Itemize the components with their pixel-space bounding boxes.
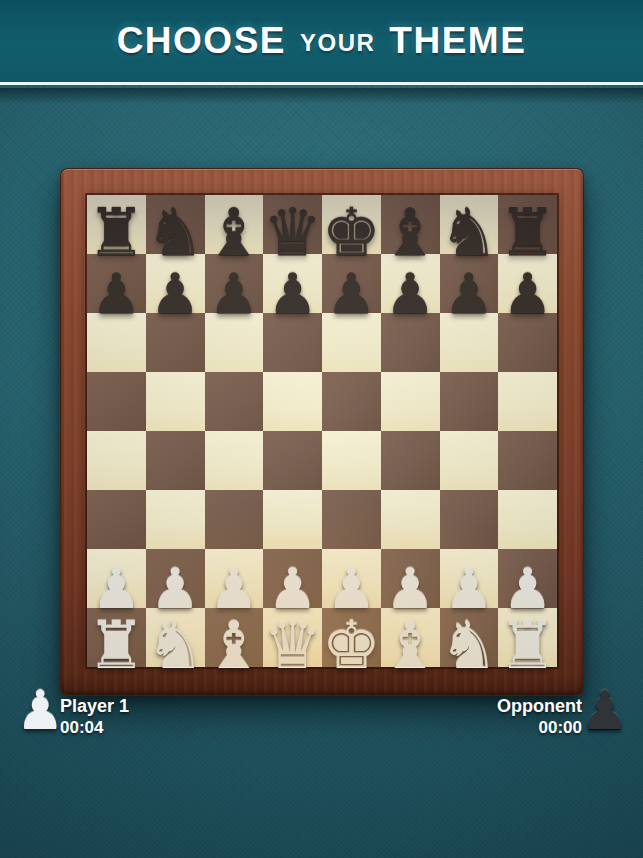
square-a7[interactable]: ♟ [87,254,146,313]
square-g5[interactable] [440,372,499,431]
players-bar: ♟ Player 1 00:04 Opponent 00:00 ♟ [0,688,643,752]
square-a3[interactable] [87,490,146,549]
square-h5[interactable] [498,372,557,431]
square-d7[interactable]: ♟ [263,254,322,313]
square-f7[interactable]: ♟ [381,254,440,313]
chess-board[interactable]: ♜♞♝♛♚♝♞♜♟♟♟♟♟♟♟♟♟♟♟♟♟♟♟♟♜♞♝♛♚♝♞♜ [87,195,557,667]
square-b2[interactable]: ♟ [146,549,205,608]
square-b1[interactable]: ♞ [146,608,205,667]
opponent-name: Opponent [497,695,582,717]
square-b3[interactable] [146,490,205,549]
square-c7[interactable]: ♟ [205,254,264,313]
white-queen-piece[interactable]: ♛ [263,613,322,679]
white-king-piece[interactable]: ♚ [322,613,381,679]
black-pawn-piece[interactable]: ♟ [150,266,200,322]
square-b4[interactable] [146,431,205,490]
square-b8[interactable]: ♞ [146,195,205,254]
square-f5[interactable] [381,372,440,431]
square-e1[interactable]: ♚ [322,608,381,667]
black-bishop-piece[interactable]: ♝ [204,200,263,266]
theme-header: CHOOSE YOUR THEME [0,0,643,85]
square-h1[interactable]: ♜ [498,608,557,667]
square-e7[interactable]: ♟ [322,254,381,313]
header-word-theme: THEME [389,20,526,62]
square-g4[interactable] [440,431,499,490]
square-d3[interactable] [263,490,322,549]
square-g2[interactable]: ♟ [440,549,499,608]
app-screen: CHOOSE YOUR THEME ♜♞♝♛♚♝♞♜♟♟♟♟♟♟♟♟♟♟♟♟♟♟… [0,0,643,858]
square-e4[interactable] [322,431,381,490]
square-h7[interactable]: ♟ [498,254,557,313]
square-c2[interactable]: ♟ [205,549,264,608]
black-pawn-piece[interactable]: ♟ [91,266,141,322]
white-bishop-piece[interactable]: ♝ [381,613,440,679]
square-g7[interactable]: ♟ [440,254,499,313]
square-c1[interactable]: ♝ [205,608,264,667]
square-c8[interactable]: ♝ [205,195,264,254]
square-b7[interactable]: ♟ [146,254,205,313]
square-e3[interactable] [322,490,381,549]
square-e5[interactable] [322,372,381,431]
black-pawn-piece[interactable]: ♟ [444,266,494,322]
square-a5[interactable] [87,372,146,431]
chess-board-frame: ♜♞♝♛♚♝♞♜♟♟♟♟♟♟♟♟♟♟♟♟♟♟♟♟♜♞♝♛♚♝♞♜ [61,169,583,695]
square-d5[interactable] [263,372,322,431]
black-pawn-piece[interactable]: ♟ [326,266,376,322]
square-f8[interactable]: ♝ [381,195,440,254]
white-knight-piece[interactable]: ♞ [146,613,205,679]
square-f1[interactable]: ♝ [381,608,440,667]
black-pawn-icon: ♟ [581,684,629,738]
black-queen-piece[interactable]: ♛ [263,200,322,266]
square-a4[interactable] [87,431,146,490]
square-f3[interactable] [381,490,440,549]
black-pawn-piece[interactable]: ♟ [209,266,259,322]
square-a1[interactable]: ♜ [87,608,146,667]
square-h2[interactable]: ♟ [498,549,557,608]
square-c4[interactable] [205,431,264,490]
white-bishop-piece[interactable]: ♝ [204,613,263,679]
square-g1[interactable]: ♞ [440,608,499,667]
white-rook-piece[interactable]: ♜ [87,613,146,679]
white-pawn-icon: ♟ [16,684,64,738]
square-b5[interactable] [146,372,205,431]
square-h8[interactable]: ♜ [498,195,557,254]
black-pawn-piece[interactable]: ♟ [503,266,553,322]
opponent-info: Opponent 00:00 [497,695,582,738]
black-rook-piece[interactable]: ♜ [87,200,146,266]
square-d1[interactable]: ♛ [263,608,322,667]
square-c3[interactable] [205,490,264,549]
square-e2[interactable]: ♟ [322,549,381,608]
square-h4[interactable] [498,431,557,490]
square-h3[interactable] [498,490,557,549]
square-e8[interactable]: ♚ [322,195,381,254]
header-shadow [0,88,643,104]
square-d8[interactable]: ♛ [263,195,322,254]
white-rook-piece[interactable]: ♜ [498,613,557,679]
black-pawn-piece[interactable]: ♟ [385,266,435,322]
square-f4[interactable] [381,431,440,490]
square-g3[interactable] [440,490,499,549]
white-knight-piece[interactable]: ♞ [439,613,498,679]
black-pawn-piece[interactable]: ♟ [268,266,318,322]
player1-info: Player 1 00:04 [60,695,129,738]
header-word-choose: CHOOSE [117,20,286,62]
black-knight-piece[interactable]: ♞ [146,200,205,266]
square-g8[interactable]: ♞ [440,195,499,254]
square-c5[interactable] [205,372,264,431]
square-a2[interactable]: ♟ [87,549,146,608]
square-d2[interactable]: ♟ [263,549,322,608]
player1-clock: 00:04 [60,717,129,738]
player1-name: Player 1 [60,695,129,717]
square-d4[interactable] [263,431,322,490]
square-f2[interactable]: ♟ [381,549,440,608]
opponent-clock: 00:00 [497,717,582,738]
black-king-piece[interactable]: ♚ [322,200,381,266]
black-rook-piece[interactable]: ♜ [498,200,557,266]
header-word-your: YOUR [300,25,375,57]
square-a8[interactable]: ♜ [87,195,146,254]
black-bishop-piece[interactable]: ♝ [381,200,440,266]
black-knight-piece[interactable]: ♞ [439,200,498,266]
